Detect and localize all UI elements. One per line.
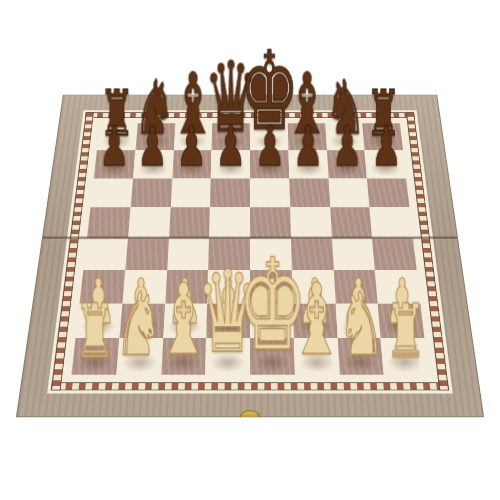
chess-board: ♜♞♝♛♚♝♞♜♟♟♟♟♟♟♟♟♟♟♟♟♟♟♟♟♜♞♝♛♚♝♞♜ (16, 95, 484, 418)
square-g6[interactable] (328, 178, 370, 207)
piece-black-pawn[interactable]: ♟ (93, 118, 134, 173)
square-c6[interactable] (170, 178, 211, 207)
chessboard-scene: ♜♞♝♛♚♝♞♜♟♟♟♟♟♟♟♟♟♟♟♟♟♟♟♟♜♞♝♛♚♝♞♜ (0, 0, 500, 500)
piece-black-pawn[interactable]: ♟ (366, 118, 407, 173)
square-h1[interactable]: ♜ (381, 338, 429, 375)
square-h5[interactable] (370, 207, 413, 238)
brass-latch-icon (227, 401, 274, 409)
square-c5[interactable] (169, 207, 211, 238)
square-d7[interactable]: ♟ (211, 150, 250, 178)
square-b6[interactable] (130, 178, 172, 207)
product-photo: ♜♞♝♛♚♝♞♜♟♟♟♟♟♟♟♟♟♟♟♟♟♟♟♟♜♞♝♛♚♝♞♜ (0, 0, 500, 500)
square-a7[interactable]: ♟ (94, 150, 135, 178)
board-inlay-area: ♜♞♝♛♚♝♞♜♟♟♟♟♟♟♟♟♟♟♟♟♟♟♟♟♜♞♝♛♚♝♞♜ (47, 110, 453, 393)
square-f6[interactable] (289, 178, 330, 207)
piece-white-rook[interactable]: ♜ (378, 294, 433, 368)
square-c7[interactable]: ♟ (172, 150, 212, 178)
square-g1[interactable]: ♞ (337, 338, 384, 375)
square-h6[interactable] (367, 178, 409, 207)
square-d6[interactable] (210, 178, 250, 207)
square-h7[interactable]: ♟ (365, 150, 406, 178)
square-g5[interactable] (330, 207, 372, 238)
square-b5[interactable] (128, 207, 170, 238)
square-g7[interactable]: ♟ (326, 150, 367, 178)
square-b7[interactable]: ♟ (133, 150, 174, 178)
mosaic-border-bottom (51, 382, 449, 390)
square-a6[interactable] (90, 178, 132, 207)
piece-black-pawn[interactable]: ♟ (210, 118, 251, 173)
piece-black-pawn[interactable]: ♟ (288, 118, 329, 173)
piece-black-pawn[interactable]: ♟ (132, 118, 173, 173)
latch-hook-icon (240, 411, 260, 418)
square-e6[interactable] (250, 178, 290, 207)
piece-black-pawn[interactable]: ♟ (327, 118, 368, 173)
square-e7[interactable]: ♟ (250, 150, 289, 178)
front-edge (21, 399, 479, 410)
square-f7[interactable]: ♟ (288, 150, 328, 178)
square-a5[interactable] (87, 207, 130, 238)
board-grid: ♜♞♝♛♚♝♞♜♟♟♟♟♟♟♟♟♟♟♟♟♟♟♟♟♜♞♝♛♚♝♞♜ (71, 123, 428, 375)
piece-black-pawn[interactable]: ♟ (171, 118, 212, 173)
piece-black-pawn[interactable]: ♟ (249, 118, 290, 173)
